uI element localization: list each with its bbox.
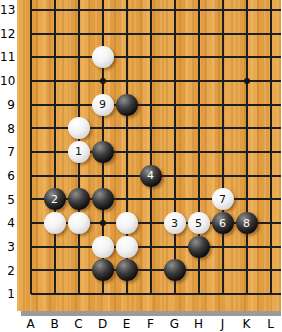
- point-D4[interactable]: [91, 211, 115, 235]
- go-board-diagram: 13121110987654321 914273568 ABCDEFGHJKL: [0, 0, 281, 332]
- point-E6[interactable]: [115, 164, 139, 188]
- point-K11[interactable]: [235, 45, 259, 69]
- point-J7[interactable]: [211, 140, 235, 164]
- stone-black-D7[interactable]: [92, 141, 114, 163]
- point-G10[interactable]: [163, 69, 187, 93]
- row-label-7: 7: [0, 145, 15, 159]
- row-label-6: 6: [0, 169, 15, 183]
- point-F5[interactable]: [139, 188, 163, 212]
- stone-white-C8[interactable]: [68, 117, 90, 139]
- point-L1[interactable]: [259, 282, 282, 306]
- point-L7[interactable]: [259, 140, 282, 164]
- stone-black-D5[interactable]: [92, 188, 114, 210]
- point-F9[interactable]: [139, 93, 163, 117]
- stone-white-C7-move-1[interactable]: 1: [68, 141, 90, 163]
- point-L13[interactable]: [259, 0, 282, 22]
- stone-white-H4-move-5[interactable]: 5: [188, 212, 210, 234]
- point-J2[interactable]: [211, 259, 235, 283]
- point-K13[interactable]: [235, 0, 259, 22]
- point-K9[interactable]: [235, 93, 259, 117]
- point-B10[interactable]: [43, 69, 67, 93]
- col-label-K: K: [239, 317, 255, 331]
- row-label-12: 12: [0, 27, 15, 41]
- move-number: 5: [195, 218, 202, 229]
- point-L3[interactable]: [259, 235, 282, 259]
- point-L9[interactable]: [259, 93, 282, 117]
- point-G7[interactable]: [163, 140, 187, 164]
- point-D11[interactable]: [91, 45, 115, 69]
- point-E1[interactable]: [115, 282, 139, 306]
- point-J6[interactable]: [211, 164, 235, 188]
- point-C9[interactable]: [67, 93, 91, 117]
- stone-black-B5-move-2[interactable]: 2: [44, 188, 66, 210]
- point-B11[interactable]: [43, 45, 67, 69]
- point-K1[interactable]: [235, 282, 259, 306]
- move-number: 2: [51, 194, 58, 205]
- stone-black-J4-move-6[interactable]: 6: [212, 212, 234, 234]
- point-E12[interactable]: [115, 22, 139, 46]
- point-H4[interactable]: 5: [187, 211, 211, 235]
- point-A9[interactable]: [19, 93, 43, 117]
- point-K5[interactable]: [235, 188, 259, 212]
- row-label-10: 10: [0, 74, 15, 88]
- point-A3[interactable]: [19, 235, 43, 259]
- point-B8[interactable]: [43, 116, 67, 140]
- stone-black-E9[interactable]: [116, 94, 138, 116]
- point-D10[interactable]: [91, 69, 115, 93]
- point-A6[interactable]: [19, 164, 43, 188]
- col-label-H: H: [191, 317, 207, 331]
- point-J13[interactable]: [211, 0, 235, 22]
- col-label-B: B: [47, 317, 63, 331]
- point-C12[interactable]: [67, 22, 91, 46]
- point-E7[interactable]: [115, 140, 139, 164]
- go-board: 914273568: [17, 0, 281, 311]
- point-E2[interactable]: [115, 259, 139, 283]
- move-number: 9: [99, 99, 106, 110]
- stone-white-D11[interactable]: [92, 46, 114, 68]
- stone-black-F6-move-4[interactable]: 4: [140, 165, 162, 187]
- point-H11[interactable]: [187, 45, 211, 69]
- point-D9[interactable]: 9: [91, 93, 115, 117]
- point-G5[interactable]: [163, 188, 187, 212]
- col-label-E: E: [119, 317, 135, 331]
- point-F3[interactable]: [139, 235, 163, 259]
- point-G13[interactable]: [163, 0, 187, 22]
- point-L5[interactable]: [259, 188, 282, 212]
- point-A10[interactable]: [19, 69, 43, 93]
- row-label-13: 13: [0, 3, 15, 17]
- point-L11[interactable]: [259, 45, 282, 69]
- point-D7[interactable]: [91, 140, 115, 164]
- point-G12[interactable]: [163, 22, 187, 46]
- point-E3[interactable]: [115, 235, 139, 259]
- stone-black-C5[interactable]: [68, 188, 90, 210]
- point-H3[interactable]: [187, 235, 211, 259]
- point-H5[interactable]: [187, 188, 211, 212]
- point-C7[interactable]: 1: [67, 140, 91, 164]
- point-A5[interactable]: [19, 188, 43, 212]
- point-H9[interactable]: [187, 93, 211, 117]
- point-F10[interactable]: [139, 69, 163, 93]
- stone-white-E4[interactable]: [116, 212, 138, 234]
- point-L2[interactable]: [259, 259, 282, 283]
- row-label-8: 8: [0, 122, 15, 136]
- point-G4[interactable]: 3: [163, 211, 187, 235]
- point-D13[interactable]: [91, 0, 115, 22]
- point-G2[interactable]: [163, 259, 187, 283]
- point-C8[interactable]: [67, 116, 91, 140]
- point-D1[interactable]: [91, 282, 115, 306]
- point-C10[interactable]: [67, 69, 91, 93]
- point-A8[interactable]: [19, 116, 43, 140]
- point-D3[interactable]: [91, 235, 115, 259]
- point-C3[interactable]: [67, 235, 91, 259]
- col-label-F: F: [143, 317, 159, 331]
- col-label-A: A: [23, 317, 39, 331]
- point-B12[interactable]: [43, 22, 67, 46]
- board-grid: 914273568: [19, 0, 282, 306]
- point-C11[interactable]: [67, 45, 91, 69]
- point-A7[interactable]: [19, 140, 43, 164]
- point-J9[interactable]: [211, 93, 235, 117]
- point-K6[interactable]: [235, 164, 259, 188]
- point-F2[interactable]: [139, 259, 163, 283]
- move-number: 8: [243, 218, 250, 229]
- point-L4[interactable]: [259, 211, 282, 235]
- point-D6[interactable]: [91, 164, 115, 188]
- move-number: 7: [219, 194, 226, 205]
- point-E8[interactable]: [115, 116, 139, 140]
- stone-white-B4[interactable]: [44, 212, 66, 234]
- point-J8[interactable]: [211, 116, 235, 140]
- point-E13[interactable]: [115, 0, 139, 22]
- point-K12[interactable]: [235, 22, 259, 46]
- point-F7[interactable]: [139, 140, 163, 164]
- row-label-3: 3: [0, 240, 15, 254]
- point-K4[interactable]: 8: [235, 211, 259, 235]
- point-C6[interactable]: [67, 164, 91, 188]
- stone-black-D2[interactable]: [92, 259, 114, 281]
- point-E9[interactable]: [115, 93, 139, 117]
- point-H13[interactable]: [187, 0, 211, 22]
- point-F13[interactable]: [139, 0, 163, 22]
- stone-white-C4[interactable]: [68, 212, 90, 234]
- point-H8[interactable]: [187, 116, 211, 140]
- point-G9[interactable]: [163, 93, 187, 117]
- point-C5[interactable]: [67, 188, 91, 212]
- point-H2[interactable]: [187, 259, 211, 283]
- point-B9[interactable]: [43, 93, 67, 117]
- stone-black-G2[interactable]: [164, 259, 186, 281]
- point-J11[interactable]: [211, 45, 235, 69]
- col-label-C: C: [71, 317, 87, 331]
- stone-white-D3[interactable]: [92, 236, 114, 258]
- point-K7[interactable]: [235, 140, 259, 164]
- stone-white-E3[interactable]: [116, 236, 138, 258]
- point-J3[interactable]: [211, 235, 235, 259]
- point-D5[interactable]: [91, 188, 115, 212]
- point-H7[interactable]: [187, 140, 211, 164]
- point-F4[interactable]: [139, 211, 163, 235]
- point-A11[interactable]: [19, 45, 43, 69]
- point-L8[interactable]: [259, 116, 282, 140]
- stone-black-K4-move-8[interactable]: 8: [236, 212, 258, 234]
- point-B1[interactable]: [43, 282, 67, 306]
- col-label-D: D: [95, 317, 111, 331]
- point-C13[interactable]: [67, 0, 91, 22]
- point-B13[interactable]: [43, 0, 67, 22]
- point-A1[interactable]: [19, 282, 43, 306]
- point-G8[interactable]: [163, 116, 187, 140]
- board-shadow: [21, 311, 281, 316]
- point-C4[interactable]: [67, 211, 91, 235]
- stone-white-J5-move-7[interactable]: 7: [212, 188, 234, 210]
- row-label-9: 9: [0, 98, 15, 112]
- point-J4[interactable]: 6: [211, 211, 235, 235]
- stone-black-E2[interactable]: [116, 259, 138, 281]
- row-label-1: 1: [0, 287, 15, 301]
- point-J12[interactable]: [211, 22, 235, 46]
- point-A13[interactable]: [19, 0, 43, 22]
- point-F11[interactable]: [139, 45, 163, 69]
- point-J1[interactable]: [211, 282, 235, 306]
- point-K10[interactable]: [235, 69, 259, 93]
- point-H1[interactable]: [187, 282, 211, 306]
- move-number: 6: [219, 218, 226, 229]
- move-number: 3: [171, 218, 178, 229]
- point-D8[interactable]: [91, 116, 115, 140]
- col-label-J: J: [215, 317, 231, 331]
- point-F1[interactable]: [139, 282, 163, 306]
- col-label-G: G: [167, 317, 183, 331]
- point-D12[interactable]: [91, 22, 115, 46]
- point-H10[interactable]: [187, 69, 211, 93]
- point-E11[interactable]: [115, 45, 139, 69]
- point-G3[interactable]: [163, 235, 187, 259]
- point-F6[interactable]: 4: [139, 164, 163, 188]
- point-E10[interactable]: [115, 69, 139, 93]
- point-G6[interactable]: [163, 164, 187, 188]
- point-B4[interactable]: [43, 211, 67, 235]
- point-B3[interactable]: [43, 235, 67, 259]
- stone-white-G4-move-3[interactable]: 3: [164, 212, 186, 234]
- row-label-5: 5: [0, 193, 15, 207]
- point-L6[interactable]: [259, 164, 282, 188]
- point-K2[interactable]: [235, 259, 259, 283]
- point-J10[interactable]: [211, 69, 235, 93]
- point-J5[interactable]: 7: [211, 188, 235, 212]
- point-B6[interactable]: [43, 164, 67, 188]
- row-label-11: 11: [0, 50, 15, 64]
- move-number: 1: [75, 146, 82, 157]
- point-B5[interactable]: 2: [43, 188, 67, 212]
- point-A4[interactable]: [19, 211, 43, 235]
- point-L10[interactable]: [259, 69, 282, 93]
- point-E4[interactable]: [115, 211, 139, 235]
- point-F8[interactable]: [139, 116, 163, 140]
- move-number: 4: [147, 170, 154, 181]
- point-K8[interactable]: [235, 116, 259, 140]
- point-F12[interactable]: [139, 22, 163, 46]
- point-C2[interactable]: [67, 259, 91, 283]
- stone-white-D9-move-9[interactable]: 9: [92, 94, 114, 116]
- point-E5[interactable]: [115, 188, 139, 212]
- point-G11[interactable]: [163, 45, 187, 69]
- point-B2[interactable]: [43, 259, 67, 283]
- point-C1[interactable]: [67, 282, 91, 306]
- row-label-2: 2: [0, 264, 15, 278]
- point-B7[interactable]: [43, 140, 67, 164]
- point-A12[interactable]: [19, 22, 43, 46]
- col-label-L: L: [263, 317, 279, 331]
- point-L12[interactable]: [259, 22, 282, 46]
- point-D2[interactable]: [91, 259, 115, 283]
- row-label-4: 4: [0, 216, 15, 230]
- stone-black-H3[interactable]: [188, 236, 210, 258]
- point-G1[interactable]: [163, 282, 187, 306]
- point-A2[interactable]: [19, 259, 43, 283]
- point-H6[interactable]: [187, 164, 211, 188]
- point-K3[interactable]: [235, 235, 259, 259]
- point-H12[interactable]: [187, 22, 211, 46]
